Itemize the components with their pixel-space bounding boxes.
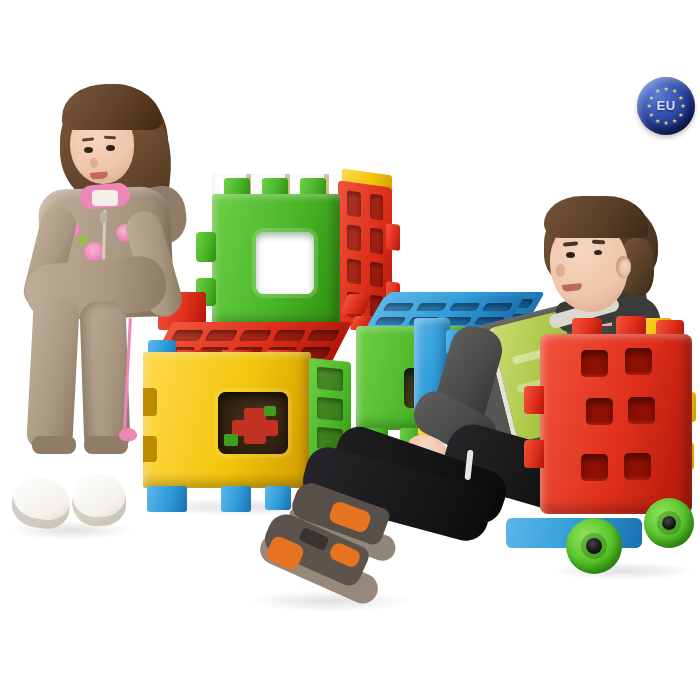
cart-hole <box>624 453 651 480</box>
cart-hole <box>586 398 613 425</box>
eu-star: ★ <box>672 118 678 124</box>
shadow-under-wheels <box>548 562 698 580</box>
eu-star: ★ <box>655 88 661 94</box>
cart-hole <box>628 397 655 424</box>
block-cart <box>0 0 700 700</box>
scene: ★★★★★★★★★★★★ EU <box>0 0 700 700</box>
cart-wheel-rear-hub <box>662 516 676 530</box>
cart-hole <box>581 454 608 481</box>
cart-red-face <box>540 334 692 514</box>
eu-star: ★ <box>663 86 669 92</box>
eu-star: ★ <box>672 88 678 94</box>
eu-badge-label: EU <box>637 98 695 113</box>
cart-hole <box>581 350 608 377</box>
cart-left-tab <box>524 440 544 468</box>
eu-star: ★ <box>663 120 669 126</box>
eu-badge: ★★★★★★★★★★★★ EU <box>637 77 695 135</box>
cart-left-tab <box>524 386 544 414</box>
cart-wheel-front-hub <box>586 538 602 554</box>
cart-hole <box>625 348 652 375</box>
eu-star: ★ <box>655 118 661 124</box>
